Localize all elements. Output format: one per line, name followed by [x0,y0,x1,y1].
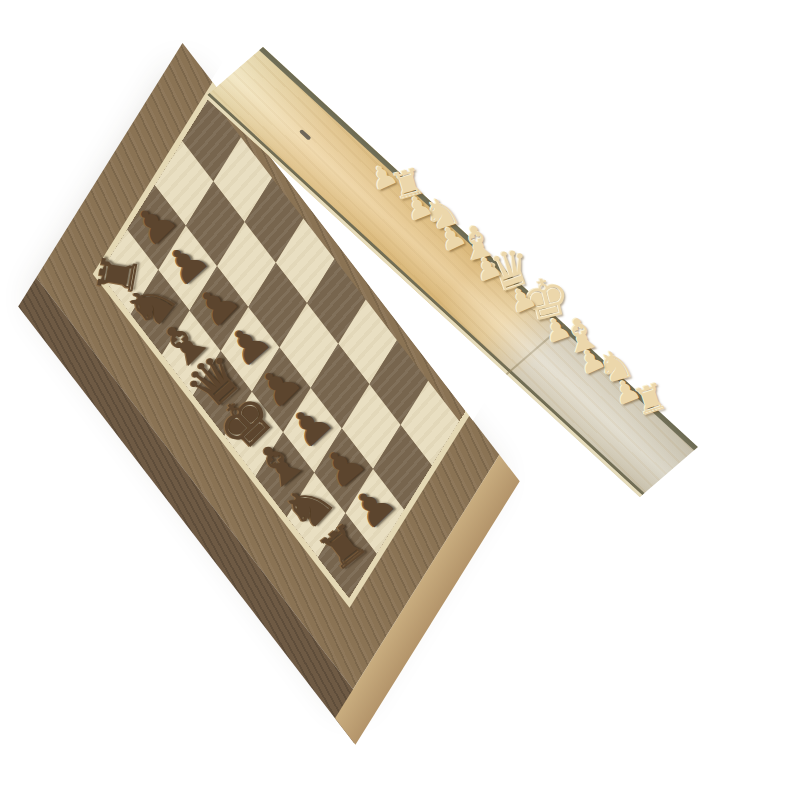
product-photo-scene: ♜ ♞ ♝ ♛ ♚ ♝ ♞ ♜ ♟ ♟ ♟ ♟ ♟ ♟ ♟ ♟ ♟ ♜ ♟ ♞ … [0,0,800,800]
clasp-notch [299,129,312,140]
